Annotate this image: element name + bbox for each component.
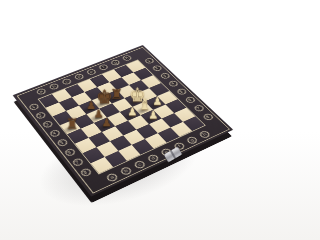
coordinate-medallion: 1 [27, 103, 39, 111]
square-c1 [65, 84, 85, 97]
coordinate-medallion: 3 [41, 120, 53, 129]
coordinate-medallion: h [198, 130, 211, 139]
coordinate-medallion: b [119, 166, 133, 176]
coordinate-medallion: e [85, 68, 97, 75]
coordinate-medallion: 4 [48, 129, 61, 138]
square-b2 [59, 97, 79, 111]
chess-piece-light-pawn: ♟ [150, 96, 165, 107]
coordinate-medallion: h [121, 54, 132, 61]
square-e3: ♜ [105, 90, 125, 103]
square-d2 [85, 87, 105, 100]
coordinate-medallion: 8 [201, 113, 214, 122]
coordinate-medallion: 7 [193, 104, 206, 112]
square-h1 [126, 60, 145, 72]
coordinate-medallion: 8 [79, 168, 92, 178]
coordinate-medallion: 4 [167, 80, 179, 88]
square-h8 [183, 116, 204, 131]
square-f3 [117, 85, 137, 98]
coordinate-medallion: 6 [63, 148, 76, 157]
chess-piece-light-king: ♚ [129, 85, 144, 104]
scene: abcdefgh abcdefgh 12345678 12345678 ♟♚♜♜… [0, 0, 240, 240]
square-c2 [72, 92, 92, 105]
product-photo: abcdefgh abcdefgh 12345678 12345678 ♟♚♜♜… [0, 0, 240, 240]
square-f1 [102, 70, 121, 83]
square-h4 [149, 83, 169, 96]
coordinate-medallion: 2 [151, 65, 163, 72]
coordinate-medallion: 7 [71, 158, 84, 168]
coordinate-medallion: 3 [159, 72, 171, 80]
coordinate-medallion: 6 [184, 96, 196, 104]
coordinate-medallion: f [97, 63, 108, 70]
chess-piece-dark-king: ♚ [96, 87, 111, 106]
square-a1 [39, 94, 59, 108]
file-medallions-top: abcdefgh [32, 53, 135, 97]
square-f8 [158, 127, 180, 142]
square-e1 [90, 74, 110, 87]
square-f2 [109, 77, 129, 90]
coordinate-medallion: g [185, 135, 198, 144]
square-h5 [157, 91, 177, 104]
square-g3 [129, 80, 149, 93]
square-h6 [166, 99, 187, 113]
square-e5: ♟ [120, 107, 141, 121]
square-h3 [141, 75, 161, 88]
piece-contact-shadow [107, 94, 122, 103]
square-g4 [137, 88, 157, 101]
square-g2 [122, 72, 142, 85]
square-h2 [133, 68, 153, 80]
chess-piece-dark-rook: ♜ [109, 87, 124, 101]
coordinate-medallion: c [61, 78, 73, 86]
coordinate-medallion: d [146, 153, 159, 163]
chess-board: abcdefgh abcdefgh 12345678 12345678 ♟♚♜♜… [13, 45, 234, 197]
coordinate-medallion: a [35, 87, 47, 95]
square-g1 [114, 65, 133, 77]
coordinate-medallion: 5 [56, 138, 69, 147]
coordinate-medallion: g [109, 59, 120, 66]
coordinate-medallion: 5 [175, 88, 187, 96]
coordinate-medallion: 1 [143, 57, 155, 64]
coordinate-medallion: c [133, 159, 146, 169]
square-e2 [97, 82, 117, 95]
square-b1 [52, 89, 72, 102]
coordinate-medallion: d [73, 73, 85, 81]
square-d1 [77, 79, 97, 92]
coordinate-medallion: 2 [34, 111, 46, 120]
coordinate-medallion: b [48, 82, 60, 90]
coordinate-medallion: a [105, 172, 119, 182]
